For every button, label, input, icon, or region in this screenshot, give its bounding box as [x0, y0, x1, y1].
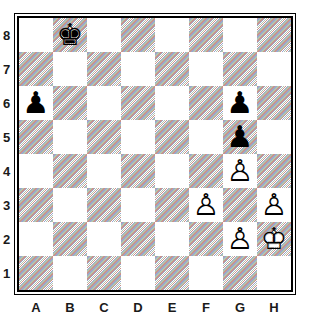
- square-d6: [121, 86, 155, 120]
- square-e2: [155, 222, 189, 256]
- square-c7: [87, 52, 121, 86]
- square-b1: [53, 256, 87, 290]
- square-f1: [189, 256, 223, 290]
- white-pawn-outline: ♙: [257, 188, 291, 222]
- square-c6: [87, 86, 121, 120]
- white-pawn-outline: ♙: [223, 154, 257, 188]
- square-b5: [53, 120, 87, 154]
- square-a2: [19, 222, 53, 256]
- file-label-H: H: [257, 298, 291, 316]
- file-label-F: F: [189, 298, 223, 316]
- file-label-C: C: [87, 298, 121, 316]
- file-label-G: G: [223, 298, 257, 316]
- white-pawn-h3: ♟♙: [257, 188, 291, 222]
- square-g3: [223, 188, 257, 222]
- rank-label-6: 6: [0, 86, 13, 120]
- white-pawn-outline: ♙: [189, 188, 223, 222]
- square-g2: ♟♙: [223, 222, 257, 256]
- square-d5: [121, 120, 155, 154]
- black-pawn-a6: ♟: [19, 86, 53, 120]
- square-c3: [87, 188, 121, 222]
- file-label-B: B: [53, 298, 87, 316]
- square-c4: [87, 154, 121, 188]
- square-e6: [155, 86, 189, 120]
- square-h8: [257, 18, 291, 52]
- black-pawn-g6: ♟: [223, 86, 257, 120]
- square-g6: ♟: [223, 86, 257, 120]
- rank-label-2: 2: [0, 222, 13, 256]
- black-pawn-glyph: ♟: [223, 86, 257, 120]
- square-d1: [121, 256, 155, 290]
- square-d7: [121, 52, 155, 86]
- square-a1: [19, 256, 53, 290]
- square-g5: ♟: [223, 120, 257, 154]
- white-king-outline: ♔: [257, 222, 291, 256]
- square-d4: [121, 154, 155, 188]
- square-g1: [223, 256, 257, 290]
- square-g7: [223, 52, 257, 86]
- white-king-h2: ♚♔: [257, 222, 291, 256]
- black-king-b8: ♚: [53, 18, 87, 52]
- square-c5: [87, 120, 121, 154]
- rank-label-8: 8: [0, 18, 13, 52]
- square-f3: ♟♙: [189, 188, 223, 222]
- square-d8: [121, 18, 155, 52]
- square-d3: [121, 188, 155, 222]
- square-h5: [257, 120, 291, 154]
- square-b8: ♚: [53, 18, 87, 52]
- square-a4: [19, 154, 53, 188]
- square-e5: [155, 120, 189, 154]
- rank-label-4: 4: [0, 154, 13, 188]
- square-h6: [257, 86, 291, 120]
- black-pawn-glyph: ♟: [223, 120, 257, 154]
- board-inner-frame: ♚♟♟♟♟♙♟♙♟♙♟♙♚♔: [17, 16, 293, 292]
- square-f4: [189, 154, 223, 188]
- square-c1: [87, 256, 121, 290]
- board-frame: ♚♟♟♟♟♙♟♙♟♙♟♙♚♔: [14, 13, 296, 295]
- chess-diagram-page: 87654321 ♚♟♟♟♟♙♟♙♟♙♟♙♚♔ ABCDEFGH: [0, 0, 314, 320]
- square-f6: [189, 86, 223, 120]
- square-e4: [155, 154, 189, 188]
- file-label-D: D: [121, 298, 155, 316]
- square-a8: [19, 18, 53, 52]
- square-e3: [155, 188, 189, 222]
- square-e8: [155, 18, 189, 52]
- square-c2: [87, 222, 121, 256]
- file-label-A: A: [19, 298, 53, 316]
- square-b3: [53, 188, 87, 222]
- square-b2: [53, 222, 87, 256]
- square-f5: [189, 120, 223, 154]
- square-h7: [257, 52, 291, 86]
- square-a7: [19, 52, 53, 86]
- square-g8: [223, 18, 257, 52]
- white-pawn-f3: ♟♙: [189, 188, 223, 222]
- square-d2: [121, 222, 155, 256]
- rank-label-3: 3: [0, 188, 13, 222]
- file-label-E: E: [155, 298, 189, 316]
- white-pawn-outline: ♙: [223, 222, 257, 256]
- square-b6: [53, 86, 87, 120]
- square-h1: [257, 256, 291, 290]
- square-a3: [19, 188, 53, 222]
- rank-labels: 87654321: [0, 18, 13, 290]
- black-pawn-glyph: ♟: [19, 86, 53, 120]
- chess-board: ♚♟♟♟♟♙♟♙♟♙♟♙♚♔: [19, 18, 291, 290]
- square-g4: ♟♙: [223, 154, 257, 188]
- square-f8: [189, 18, 223, 52]
- square-h4: [257, 154, 291, 188]
- square-h3: ♟♙: [257, 188, 291, 222]
- square-e1: [155, 256, 189, 290]
- square-e7: [155, 52, 189, 86]
- square-b7: [53, 52, 87, 86]
- black-king-glyph: ♚: [53, 18, 87, 52]
- black-pawn-g5: ♟: [223, 120, 257, 154]
- square-a5: [19, 120, 53, 154]
- rank-label-1: 1: [0, 256, 13, 290]
- square-h2: ♚♔: [257, 222, 291, 256]
- square-f7: [189, 52, 223, 86]
- square-b4: [53, 154, 87, 188]
- square-f2: [189, 222, 223, 256]
- file-labels: ABCDEFGH: [19, 298, 291, 316]
- rank-label-7: 7: [0, 52, 13, 86]
- white-pawn-g4: ♟♙: [223, 154, 257, 188]
- square-a6: ♟: [19, 86, 53, 120]
- rank-label-5: 5: [0, 120, 13, 154]
- white-pawn-g2: ♟♙: [223, 222, 257, 256]
- square-c8: [87, 18, 121, 52]
